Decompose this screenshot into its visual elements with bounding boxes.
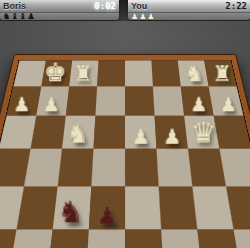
captured-pawn-icon: ♟ <box>147 13 154 20</box>
square[interactable] <box>31 116 66 149</box>
square[interactable] <box>219 149 250 187</box>
square[interactable] <box>125 87 155 116</box>
player-bar: Boris 0:02 ♞♝♝♟ You 2:22 ♟♟♟ <box>0 0 250 21</box>
square[interactable] <box>66 87 97 116</box>
square[interactable] <box>97 61 125 87</box>
white-knight[interactable]: ♞ <box>184 63 204 85</box>
red-knight[interactable]: ♞ <box>58 199 84 228</box>
square[interactable]: ♛ <box>184 116 219 149</box>
square[interactable]: ♟ <box>36 87 69 116</box>
board-scene: ♚♜♞♜♟♟♟♟♞♟♟♛♞♟♟♟♟♟♟♟♜♚♛♜ <box>0 21 250 248</box>
opponent-name: Boris <box>3 1 26 11</box>
board-grid: ♚♜♞♜♟♟♟♟♞♟♟♛♞♟♟♟♟♟♟♟♜♚♛♜ <box>0 61 250 248</box>
opponent-panel[interactable]: Boris 0:02 ♞♝♝♟ <box>0 0 119 20</box>
captured-pawn-icon: ♟ <box>139 13 146 20</box>
you-name: You <box>131 1 147 11</box>
captured-bishop-icon: ♝ <box>19 13 26 20</box>
white-rook[interactable]: ♜ <box>212 63 232 85</box>
square[interactable]: ♟ <box>125 230 164 248</box>
square[interactable]: ♟ <box>155 116 188 149</box>
captured-knight-icon: ♞ <box>3 13 10 20</box>
square[interactable]: ♜ <box>69 61 98 87</box>
square[interactable] <box>159 186 198 229</box>
you-clock: 2:22 <box>225 1 247 11</box>
square[interactable]: ♜ <box>204 61 236 87</box>
white-knight[interactable]: ♞ <box>67 122 90 147</box>
white-pawn[interactable]: ♟ <box>131 127 149 148</box>
white-pawn[interactable]: ♟ <box>190 95 207 114</box>
square[interactable] <box>58 149 94 187</box>
square[interactable] <box>95 87 125 116</box>
square[interactable] <box>125 149 159 187</box>
white-queen[interactable]: ♛ <box>191 118 217 147</box>
square[interactable]: ♟ <box>47 230 89 248</box>
square[interactable] <box>125 186 161 229</box>
white-king[interactable]: ♚ <box>44 60 67 86</box>
white-pawn[interactable]: ♟ <box>220 95 237 114</box>
opponent-clock: 0:02 <box>94 1 116 11</box>
square[interactable]: ♞ <box>62 116 95 149</box>
square[interactable] <box>153 87 184 116</box>
square[interactable] <box>125 61 153 87</box>
white-pawn[interactable]: ♟ <box>13 95 30 114</box>
square[interactable]: ♟ <box>234 230 250 248</box>
white-rook[interactable]: ♜ <box>73 63 93 85</box>
square[interactable] <box>156 149 192 187</box>
square[interactable] <box>24 149 62 187</box>
white-pawn[interactable]: ♟ <box>43 95 60 114</box>
square[interactable] <box>94 116 125 149</box>
red-pawn[interactable]: ♟ <box>96 204 117 228</box>
square[interactable] <box>151 61 180 87</box>
opponent-captured-tray: ♞♝♝♟ <box>0 12 119 20</box>
square[interactable]: ♚ <box>41 61 72 87</box>
square[interactable] <box>16 186 57 229</box>
captured-bishop-icon: ♝ <box>11 13 18 20</box>
captured-pawn-icon: ♟ <box>131 13 138 20</box>
square[interactable] <box>91 149 125 187</box>
square[interactable]: ♟ <box>89 186 125 229</box>
square[interactable]: ♟ <box>209 87 244 116</box>
square[interactable] <box>86 230 125 248</box>
you-captured-tray: ♟♟♟ <box>128 12 250 20</box>
white-pawn[interactable]: ♟ <box>163 127 181 148</box>
you-panel[interactable]: You 2:22 ♟♟♟ <box>128 0 250 20</box>
square[interactable] <box>214 116 250 149</box>
board-frame: ♚♜♞♜♟♟♟♟♞♟♟♛♞♟♟♟♟♟♟♟♜♚♛♜ <box>0 54 250 248</box>
captured-pawn-icon: ♟ <box>28 13 35 20</box>
square[interactable]: ♟ <box>125 116 156 149</box>
square[interactable]: ♞ <box>178 61 209 87</box>
square[interactable]: ♞ <box>53 186 92 229</box>
